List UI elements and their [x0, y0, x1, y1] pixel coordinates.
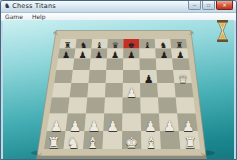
title-bar[interactable]: ♞ Chess Titans ─□✕	[1, 1, 236, 13]
minimize-button[interactable]: ─	[188, 1, 201, 10]
close-button[interactable]: ✕	[216, 1, 233, 10]
chess-titans-window: ♞ Chess Titans ─□✕ Game Help ♜♞♝♛♚♝♞♜♟♟♟…	[0, 0, 237, 160]
app-icon: ♞	[4, 3, 10, 10]
window-title: Chess Titans	[12, 3, 56, 10]
window-controls: ─□✕	[188, 1, 233, 10]
game-area: ♜♞♝♛♚♝♞♜♟♟♟♟♟♟♟♟♛♟♟♟♟♟♟♟♟♜♞♝♚♝♜	[3, 20, 234, 159]
maximize-button[interactable]: □	[202, 1, 215, 10]
hourglass-icon	[214, 20, 231, 43]
